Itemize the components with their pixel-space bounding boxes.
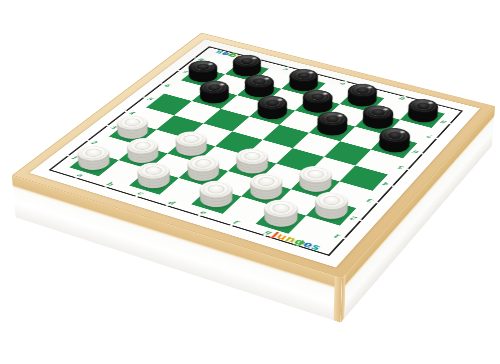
- product-photo-scene: aa88bb77cc66dd55ee44ff33gg22hh11JungesJu…: [0, 0, 500, 364]
- wood-rim: aa88bb77cc66dd55ee44ff33gg22hh11JungesJu…: [12, 33, 495, 278]
- piece-black-h8[interactable]: [403, 107, 441, 126]
- piece-white-e1[interactable]: [195, 189, 238, 212]
- piece-white-h2[interactable]: [310, 200, 353, 223]
- box-corner-post: [341, 274, 346, 323]
- piece-white-g1[interactable]: [259, 208, 302, 232]
- game-box: aa88bb77cc66dd55ee44ff33gg22hh11JungesJu…: [12, 33, 495, 278]
- piece-black-h6[interactable]: [374, 136, 414, 156]
